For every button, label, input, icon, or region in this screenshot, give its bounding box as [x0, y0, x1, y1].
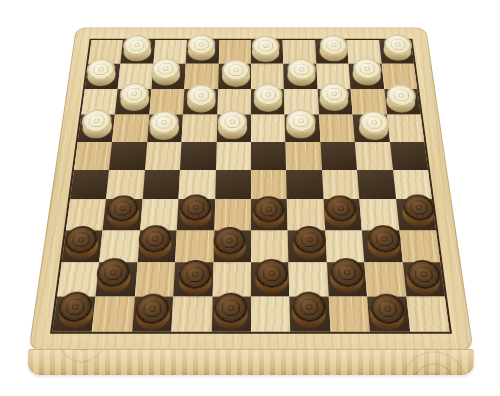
walnut-checker-piece: [106, 195, 140, 221]
cream-checker-piece: [254, 84, 283, 106]
checkers-board: [28, 28, 473, 352]
cream-checker-piece: [286, 109, 316, 132]
light-square: [92, 296, 135, 331]
dark-square: [290, 296, 331, 331]
dark-square: [215, 170, 251, 199]
light-square: [365, 262, 406, 296]
walnut-checker-piece: [179, 195, 211, 221]
cream-checker-piece: [386, 85, 417, 107]
dark-square: [251, 199, 288, 230]
dark-square: [103, 199, 142, 230]
dark-square: [85, 64, 121, 89]
cream-checker-piece: [320, 83, 350, 105]
walnut-checker-piece: [402, 195, 437, 221]
cream-checker-piece: [187, 34, 215, 54]
light-square: [387, 115, 425, 142]
cream-checker-piece: [222, 60, 250, 81]
dark-square: [367, 296, 410, 331]
cream-checker-piece: [358, 111, 390, 134]
walnut-checker-piece: [178, 260, 212, 289]
dark-square: [183, 89, 218, 115]
walnut-checker-piece: [96, 258, 132, 287]
dark-square: [353, 115, 390, 142]
checkers-set-photo: [0, 0, 500, 396]
light-square: [399, 230, 440, 262]
light-square: [286, 142, 322, 170]
dark-square: [177, 199, 215, 230]
dark-square: [142, 170, 180, 199]
walnut-checker-piece: [63, 227, 98, 254]
dark-square: [216, 115, 251, 142]
cream-checker-piece: [287, 59, 316, 80]
dark-square: [317, 89, 352, 115]
dark-square: [288, 230, 327, 262]
cream-checker-piece: [320, 35, 349, 55]
light-square: [66, 199, 106, 230]
dark-square: [186, 40, 219, 64]
cream-checker-piece: [122, 35, 151, 55]
light-square: [172, 296, 213, 331]
dark-square: [151, 64, 186, 89]
board-grid: [50, 39, 452, 334]
light-square: [100, 230, 140, 262]
dark-square: [323, 199, 362, 230]
walnut-checker-piece: [406, 260, 442, 289]
light-square: [112, 115, 149, 142]
dark-square: [384, 89, 421, 115]
dark-square: [78, 115, 116, 142]
walnut-checker-piece: [367, 226, 402, 253]
walnut-checker-piece: [214, 227, 246, 254]
dark-square: [109, 142, 147, 170]
dark-square: [362, 230, 402, 262]
dark-square: [218, 64, 251, 89]
cream-checker-piece: [252, 35, 280, 55]
board-front-edge: [28, 349, 474, 375]
dark-square: [173, 262, 213, 296]
dark-square: [62, 230, 103, 262]
walnut-checker-piece: [253, 196, 285, 222]
dark-square: [96, 262, 137, 296]
light-square: [57, 262, 99, 296]
walnut-checker-piece: [293, 227, 326, 254]
dark-square: [396, 199, 436, 230]
light-square: [145, 142, 182, 170]
cream-checker-piece: [151, 58, 181, 79]
light-square: [406, 296, 449, 331]
light-square: [319, 115, 355, 142]
light-square: [212, 262, 251, 296]
dark-square: [327, 262, 368, 296]
dark-square: [121, 40, 155, 64]
dark-square: [251, 40, 284, 64]
dark-square: [115, 89, 151, 115]
dark-square: [315, 40, 349, 64]
light-square: [175, 230, 214, 262]
light-square: [251, 115, 286, 142]
walnut-checker-piece: [330, 258, 365, 287]
cream-checker-piece: [186, 85, 216, 107]
dark-square: [320, 142, 357, 170]
dark-square: [180, 142, 216, 170]
dark-square: [390, 142, 428, 170]
walnut-checker-piece: [292, 292, 327, 322]
walnut-checker-piece: [255, 259, 288, 288]
dark-square: [132, 296, 174, 331]
dark-square: [211, 296, 251, 331]
dark-square: [251, 89, 285, 115]
walnut-checker-piece: [56, 292, 93, 322]
dark-square: [285, 115, 320, 142]
dark-square: [284, 64, 318, 89]
cream-checker-piece: [80, 109, 112, 132]
dark-square: [137, 230, 177, 262]
light-square: [135, 262, 176, 296]
cream-checker-piece: [85, 59, 116, 80]
light-square: [287, 199, 325, 230]
dark-square: [251, 142, 286, 170]
dark-square: [213, 230, 251, 262]
walnut-checker-piece: [135, 294, 171, 324]
cream-checker-piece: [383, 34, 413, 54]
light-square: [182, 115, 217, 142]
dark-square: [251, 262, 290, 296]
light-square: [251, 230, 289, 262]
cream-checker-piece: [149, 111, 180, 134]
walnut-checker-piece: [214, 293, 248, 323]
cream-checker-piece: [218, 110, 248, 133]
light-square: [251, 170, 287, 199]
dark-square: [70, 170, 109, 199]
light-square: [74, 142, 112, 170]
light-square: [216, 142, 251, 170]
dark-square: [379, 40, 414, 64]
dark-square: [53, 296, 96, 331]
dark-square: [349, 64, 384, 89]
light-square: [251, 296, 291, 331]
light-square: [214, 199, 251, 230]
light-square: [355, 142, 393, 170]
dark-square: [147, 115, 183, 142]
dark-square: [357, 170, 396, 199]
walnut-checker-piece: [138, 226, 172, 253]
board-scene: [0, 0, 500, 396]
cream-checker-piece: [119, 83, 150, 105]
dark-square: [402, 262, 444, 296]
dark-square: [286, 170, 323, 199]
walnut-checker-piece: [370, 294, 406, 324]
walnut-checker-piece: [325, 195, 358, 221]
light-square: [329, 296, 371, 331]
